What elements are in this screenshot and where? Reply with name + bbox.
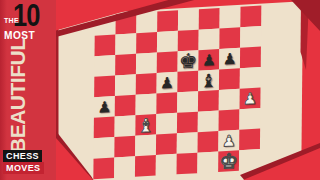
square-a7[interactable] — [95, 34, 116, 56]
square-f4[interactable] — [198, 90, 219, 112]
square-h7[interactable] — [240, 26, 261, 48]
square-c4[interactable] — [136, 94, 157, 116]
title-panel: THE 10 MOST BEAUTIFUL CHESS MOVES — [0, 0, 56, 180]
piece-black-pawn-a4[interactable]: ♟ — [97, 99, 111, 115]
square-b2[interactable] — [114, 136, 135, 158]
square-c5[interactable] — [136, 73, 157, 95]
piece-black-pawn-f6[interactable]: ♟ — [202, 52, 216, 68]
square-e1[interactable] — [177, 153, 198, 175]
square-b5[interactable] — [115, 74, 136, 96]
square-d1[interactable] — [156, 154, 177, 176]
piece-white-pawn-g2[interactable]: ♟ — [222, 133, 236, 149]
square-c1[interactable] — [135, 155, 156, 177]
piece-black-pawn-d5[interactable]: ♟ — [160, 75, 174, 91]
square-b6[interactable] — [115, 54, 136, 76]
piece-black-bishop-f5[interactable]: ♝ — [200, 71, 217, 91]
title-chess-chip: CHESS — [3, 150, 42, 162]
square-d3[interactable] — [156, 113, 177, 135]
square-b1[interactable] — [114, 156, 135, 178]
square-c2[interactable] — [135, 135, 156, 157]
square-e3[interactable] — [177, 112, 198, 134]
thumbnail-canvas: ♚♟♟♟♝♟♟♝♟♚ THE 10 MOST BEAUTIFUL CHESS M… — [0, 0, 320, 180]
square-d6[interactable] — [157, 51, 178, 73]
square-g4[interactable] — [219, 89, 240, 111]
piece-white-bishop-c3[interactable]: ♝ — [137, 115, 154, 135]
square-a2[interactable] — [94, 137, 115, 159]
square-f7[interactable] — [199, 28, 220, 50]
title-moves-chip: MOVES — [3, 162, 44, 174]
square-a5[interactable] — [94, 75, 115, 97]
square-b4[interactable] — [115, 95, 136, 117]
square-g8[interactable] — [220, 7, 241, 29]
piece-white-pawn-h4[interactable]: ♟ — [243, 91, 257, 107]
square-e5[interactable] — [177, 71, 198, 93]
square-h6[interactable] — [240, 47, 261, 69]
square-h3[interactable] — [239, 108, 260, 130]
square-f8[interactable] — [199, 8, 220, 30]
board-grid: ♚♟♟♟♝♟♟♝♟♚ — [93, 6, 261, 180]
square-e2[interactable] — [177, 132, 198, 154]
square-f3[interactable] — [198, 110, 219, 132]
square-e8[interactable] — [178, 9, 199, 31]
square-h8[interactable] — [240, 6, 261, 28]
square-d7[interactable] — [157, 31, 178, 53]
square-b7[interactable] — [115, 33, 136, 55]
title-beautiful: BEAUTIFUL — [7, 39, 28, 154]
square-f2[interactable] — [198, 131, 219, 153]
square-h2[interactable] — [239, 129, 260, 151]
square-d8[interactable] — [157, 10, 178, 32]
piece-white-king-g1[interactable]: ♚ — [219, 150, 238, 172]
chess-board: ♚♟♟♟♝♟♟♝♟♚ — [56, 1, 303, 180]
square-g3[interactable] — [219, 109, 240, 131]
square-e4[interactable] — [177, 91, 198, 113]
square-c7[interactable] — [136, 32, 157, 54]
square-h5[interactable] — [240, 67, 261, 89]
square-d4[interactable] — [156, 92, 177, 114]
square-d2[interactable] — [156, 133, 177, 155]
title-ten: 10 — [13, 0, 40, 31]
square-a6[interactable] — [94, 55, 115, 77]
square-h1[interactable] — [239, 149, 260, 171]
square-f1[interactable] — [197, 151, 218, 173]
square-a1[interactable] — [93, 157, 114, 179]
square-c6[interactable] — [136, 53, 157, 75]
square-c8[interactable] — [136, 12, 157, 34]
square-g5[interactable] — [219, 68, 240, 90]
piece-black-pawn-g6[interactable]: ♟ — [222, 51, 236, 67]
square-a3[interactable] — [94, 116, 115, 138]
piece-black-king-e6[interactable]: ♚ — [179, 50, 198, 72]
square-b3[interactable] — [115, 115, 136, 137]
square-g7[interactable] — [219, 27, 240, 49]
